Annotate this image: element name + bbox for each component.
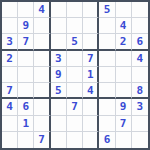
cell-r3c5[interactable]: 5 — [67, 34, 83, 50]
cell-r6c3[interactable] — [34, 83, 50, 99]
cell-r7c3[interactable] — [34, 99, 50, 115]
given-digit: 4 — [137, 53, 144, 64]
given-digit: 7 — [120, 118, 127, 129]
cell-r3c6[interactable] — [83, 34, 99, 50]
cell-r1c7[interactable]: 5 — [99, 2, 115, 18]
cell-r8c6[interactable] — [83, 116, 99, 132]
cell-r3c2[interactable]: 7 — [18, 34, 34, 50]
given-digit: 7 — [71, 101, 78, 112]
cell-r6c2[interactable] — [18, 83, 34, 99]
cell-r2c1[interactable] — [2, 18, 18, 34]
cell-r4c1[interactable]: 2 — [2, 51, 18, 67]
cell-r2c4[interactable] — [51, 18, 67, 34]
cell-r8c2[interactable]: 1 — [18, 116, 34, 132]
cell-r8c3[interactable] — [34, 116, 50, 132]
cell-r2c9[interactable] — [132, 18, 148, 34]
given-digit: 7 — [6, 85, 13, 96]
cell-r4c9[interactable]: 4 — [132, 51, 148, 67]
cell-r5c6[interactable]: 1 — [83, 67, 99, 83]
sudoku-grid: 4594375262374917548467931776 — [0, 0, 150, 150]
cell-r5c4[interactable]: 9 — [51, 67, 67, 83]
cell-r3c7[interactable] — [99, 34, 115, 50]
cell-r7c8[interactable]: 9 — [116, 99, 132, 115]
given-digit: 5 — [55, 85, 62, 96]
cell-r2c3[interactable] — [34, 18, 50, 34]
cell-r4c5[interactable] — [67, 51, 83, 67]
cell-r3c8[interactable]: 2 — [116, 34, 132, 50]
cell-r7c2[interactable]: 6 — [18, 99, 34, 115]
cell-r1c5[interactable] — [67, 2, 83, 18]
cell-r7c6[interactable] — [83, 99, 99, 115]
cell-r2c8[interactable]: 4 — [116, 18, 132, 34]
cell-r1c6[interactable] — [83, 2, 99, 18]
cell-r9c4[interactable] — [51, 132, 67, 148]
given-digit: 6 — [104, 134, 111, 145]
cell-r1c3[interactable]: 4 — [34, 2, 50, 18]
cell-r9c7[interactable]: 6 — [99, 132, 115, 148]
cell-r9c3[interactable]: 7 — [34, 132, 50, 148]
cell-r6c4[interactable]: 5 — [51, 83, 67, 99]
cell-r2c2[interactable]: 9 — [18, 18, 34, 34]
cell-r6c1[interactable]: 7 — [2, 83, 18, 99]
cell-r4c8[interactable] — [116, 51, 132, 67]
cell-r1c9[interactable] — [132, 2, 148, 18]
given-digit: 9 — [120, 101, 127, 112]
given-digit: 4 — [6, 101, 13, 112]
cell-r8c8[interactable]: 7 — [116, 116, 132, 132]
cell-r5c8[interactable] — [116, 67, 132, 83]
cell-r2c5[interactable] — [67, 18, 83, 34]
cell-r2c6[interactable] — [83, 18, 99, 34]
cell-r1c2[interactable] — [18, 2, 34, 18]
given-digit: 2 — [6, 53, 13, 64]
cell-r1c4[interactable] — [51, 2, 67, 18]
given-digit: 4 — [87, 85, 94, 96]
cell-r2c7[interactable] — [99, 18, 115, 34]
given-digit: 1 — [87, 69, 94, 80]
given-digit: 6 — [137, 36, 144, 47]
cell-r1c1[interactable] — [2, 2, 18, 18]
given-digit: 3 — [55, 53, 62, 64]
cell-r6c6[interactable]: 4 — [83, 83, 99, 99]
given-digit: 7 — [38, 134, 45, 145]
cell-r7c7[interactable] — [99, 99, 115, 115]
cell-r6c9[interactable]: 8 — [132, 83, 148, 99]
cell-r8c9[interactable] — [132, 116, 148, 132]
cell-r9c9[interactable] — [132, 132, 148, 148]
cell-r5c5[interactable] — [67, 67, 83, 83]
cell-r5c1[interactable] — [2, 67, 18, 83]
cell-r5c3[interactable] — [34, 67, 50, 83]
cell-r9c2[interactable] — [18, 132, 34, 148]
cell-r1c8[interactable] — [116, 2, 132, 18]
given-digit: 5 — [104, 4, 111, 15]
cell-r4c3[interactable] — [34, 51, 50, 67]
cell-r4c7[interactable] — [99, 51, 115, 67]
cell-r9c1[interactable] — [2, 132, 18, 148]
cell-r3c3[interactable] — [34, 34, 50, 50]
cell-r7c4[interactable] — [51, 99, 67, 115]
cell-r6c5[interactable] — [67, 83, 83, 99]
cell-r8c1[interactable] — [2, 116, 18, 132]
cell-r4c4[interactable]: 3 — [51, 51, 67, 67]
cell-r9c8[interactable] — [116, 132, 132, 148]
cell-r9c5[interactable] — [67, 132, 83, 148]
cell-r3c1[interactable]: 3 — [2, 34, 18, 50]
given-digit: 4 — [38, 4, 45, 15]
cell-r7c1[interactable]: 4 — [2, 99, 18, 115]
given-digit: 8 — [137, 85, 144, 96]
given-digit: 3 — [6, 36, 13, 47]
cell-r6c7[interactable] — [99, 83, 115, 99]
given-digit: 2 — [120, 36, 127, 47]
given-digit: 3 — [137, 101, 144, 112]
cell-r8c5[interactable] — [67, 116, 83, 132]
cell-r3c9[interactable]: 6 — [132, 34, 148, 50]
cell-r7c9[interactable]: 3 — [132, 99, 148, 115]
cell-r6c8[interactable] — [116, 83, 132, 99]
cell-r3c4[interactable] — [51, 34, 67, 50]
cell-r4c2[interactable] — [18, 51, 34, 67]
cell-r8c4[interactable] — [51, 116, 67, 132]
given-digit: 4 — [120, 20, 127, 31]
given-digit: 5 — [71, 36, 78, 47]
given-digit: 7 — [23, 36, 30, 47]
cell-r5c2[interactable] — [18, 67, 34, 83]
cell-r9c6[interactable] — [83, 132, 99, 148]
cell-r5c7[interactable] — [99, 67, 115, 83]
given-digit: 9 — [23, 20, 30, 31]
cell-r4c6[interactable]: 7 — [83, 51, 99, 67]
given-digit: 7 — [87, 53, 94, 64]
given-digit: 9 — [55, 69, 62, 80]
given-digit: 6 — [23, 101, 30, 112]
given-digit: 1 — [23, 118, 30, 129]
cell-r5c9[interactable] — [132, 67, 148, 83]
cell-r8c7[interactable] — [99, 116, 115, 132]
cell-r7c5[interactable]: 7 — [67, 99, 83, 115]
